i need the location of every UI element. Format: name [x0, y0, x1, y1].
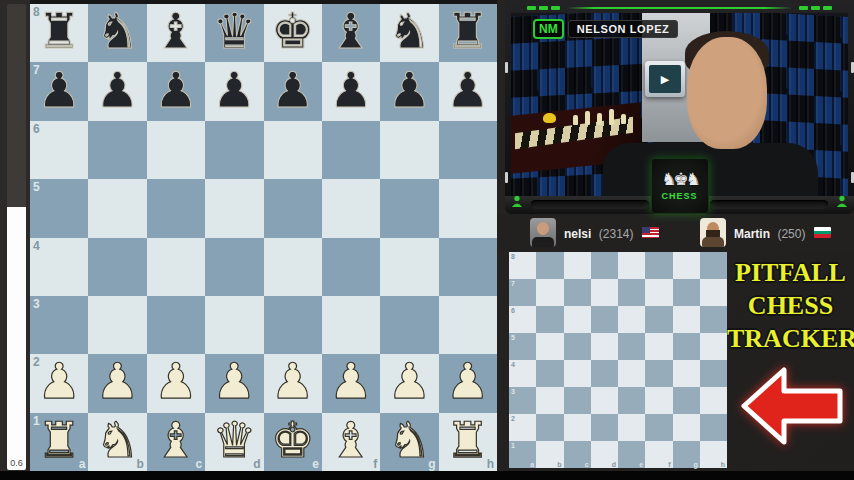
square-c6[interactable] — [564, 306, 591, 333]
webcam-frame: ▶ NM NELSON LOPEZ — [505, 0, 854, 214]
square-e8[interactable] — [618, 252, 645, 279]
frame-slot — [710, 200, 828, 209]
square-f2[interactable]: ♟ — [322, 354, 380, 412]
square-b2[interactable] — [536, 414, 563, 441]
black-player-name: Martin — [734, 227, 770, 241]
square-e7[interactable]: ♟ — [264, 62, 322, 120]
file-label: c — [585, 461, 589, 468]
white-pawn[interactable]: ♟ — [387, 357, 431, 409]
black-pawn[interactable]: ♟ — [37, 66, 81, 118]
square-c2[interactable] — [564, 414, 591, 441]
square-b1[interactable]: b — [536, 441, 563, 468]
square-e3[interactable] — [264, 296, 322, 354]
square-h4[interactable] — [700, 360, 727, 387]
square-d3[interactable] — [591, 387, 618, 414]
file-label: g — [693, 461, 697, 468]
square-h8[interactable] — [700, 252, 727, 279]
square-g5[interactable] — [380, 179, 438, 237]
square-g4[interactable] — [380, 238, 438, 296]
square-d5[interactable] — [205, 179, 263, 237]
eval-score: 0.6 — [7, 458, 26, 468]
square-g4[interactable] — [673, 360, 700, 387]
square-f2[interactable] — [645, 414, 672, 441]
black-rook[interactable]: ♜ — [446, 7, 490, 59]
play-icon: ▶ — [661, 74, 669, 85]
square-d6[interactable] — [591, 306, 618, 333]
youtube-plaque: ▶ — [645, 61, 685, 97]
black-king[interactable]: ♚ — [271, 7, 315, 59]
square-g8[interactable]: ♞ — [380, 4, 438, 62]
player-bar: nelsi (2314) Martin (250) — [497, 214, 854, 251]
square-h5[interactable] — [700, 333, 727, 360]
person-icon — [836, 193, 848, 211]
us-flag-icon — [642, 227, 659, 238]
square-g2[interactable] — [673, 414, 700, 441]
square-b8[interactable]: ♞ — [88, 4, 146, 62]
white-bishop[interactable]: ♝ — [154, 416, 198, 468]
square-c3[interactable] — [147, 296, 205, 354]
player-black: Martin (250) — [700, 218, 831, 247]
square-e5[interactable] — [264, 179, 322, 237]
square-c5[interactable] — [564, 333, 591, 360]
square-f6[interactable] — [645, 306, 672, 333]
file-label: a — [530, 461, 534, 468]
square-b5[interactable] — [88, 179, 146, 237]
square-a5[interactable]: 5 — [30, 179, 88, 237]
square-b4[interactable] — [88, 238, 146, 296]
square-c6[interactable] — [147, 121, 205, 179]
square-g7[interactable] — [673, 279, 700, 306]
physical-piece — [621, 114, 626, 124]
square-e2[interactable] — [618, 414, 645, 441]
file-label: e — [639, 461, 643, 468]
square-f4[interactable] — [322, 238, 380, 296]
square-f8[interactable] — [645, 252, 672, 279]
player-white: nelsi (2314) — [530, 218, 659, 247]
rank-label: 8 — [511, 253, 515, 260]
square-e7[interactable] — [618, 279, 645, 306]
rank-label: 6 — [33, 122, 40, 136]
square-a8[interactable]: 8♜ — [30, 4, 88, 62]
white-pawn[interactable]: ♟ — [37, 357, 81, 409]
square-a1[interactable]: 1a♜ — [30, 413, 88, 471]
square-h2[interactable] — [700, 414, 727, 441]
square-c5[interactable] — [147, 179, 205, 237]
square-d6[interactable] — [205, 121, 263, 179]
square-h7[interactable] — [700, 279, 727, 306]
square-h4[interactable] — [439, 238, 497, 296]
square-h3[interactable] — [700, 387, 727, 414]
white-queen[interactable]: ♛ — [212, 416, 256, 468]
rank-label: 3 — [511, 388, 515, 395]
physical-piece — [609, 109, 614, 125]
physical-piece — [597, 113, 602, 125]
nm-title-badge: NM — [533, 19, 564, 39]
channel-logo: ♞♚♞ CHESS — [651, 158, 709, 214]
streamer-body — [603, 143, 818, 197]
left-strip: 0.6 — [0, 0, 30, 480]
square-c4[interactable] — [564, 360, 591, 387]
black-pawn[interactable]: ♟ — [271, 66, 315, 118]
square-h6[interactable] — [700, 306, 727, 333]
square-e6[interactable] — [618, 306, 645, 333]
eval-bar: 0.6 — [7, 4, 26, 470]
square-e5[interactable] — [618, 333, 645, 360]
white-pawn[interactable]: ♟ — [446, 357, 490, 409]
file-label: f — [668, 461, 670, 468]
square-a2[interactable]: 2♟ — [30, 354, 88, 412]
file-label: f — [373, 457, 377, 471]
frame-slot — [531, 200, 649, 209]
rank-label: 4 — [33, 239, 40, 253]
square-d2[interactable] — [591, 414, 618, 441]
square-g6[interactable] — [673, 306, 700, 333]
square-a4[interactable]: 4 — [509, 360, 536, 387]
person-icon — [511, 193, 523, 211]
square-a1[interactable]: 1a — [509, 441, 536, 468]
white-pawn[interactable]: ♟ — [96, 357, 140, 409]
square-d2[interactable]: ♟ — [205, 354, 263, 412]
green-dashes-left — [527, 6, 560, 10]
white-rook[interactable]: ♜ — [446, 416, 490, 468]
square-a3[interactable]: 3 — [30, 296, 88, 354]
bottom-strip — [0, 471, 854, 480]
square-h3[interactable] — [439, 296, 497, 354]
square-h8[interactable]: ♜ — [439, 4, 497, 62]
square-h2[interactable]: ♟ — [439, 354, 497, 412]
square-d8[interactable]: ♛ — [205, 4, 263, 62]
rubber-duck — [543, 113, 556, 123]
square-f1[interactable]: f♝ — [322, 413, 380, 471]
square-d1[interactable]: d — [591, 441, 618, 468]
rank-label: 4 — [511, 361, 515, 368]
square-f6[interactable] — [322, 121, 380, 179]
white-king[interactable]: ♚ — [271, 416, 315, 468]
stream-frame: 0.6 8♜♞♝♛♚♝♞♜7♟♟♟♟♟♟♟♟65432♟♟♟♟♟♟♟♟1a♜b♞… — [0, 0, 854, 480]
streamer-name: NELSON LOPEZ — [568, 20, 679, 38]
square-d1[interactable]: d♛ — [205, 413, 263, 471]
file-label: d — [612, 461, 616, 468]
white-player-name: nelsi — [564, 227, 591, 241]
square-e4[interactable] — [618, 360, 645, 387]
square-e2[interactable]: ♟ — [264, 354, 322, 412]
square-e1[interactable]: e — [618, 441, 645, 468]
black-pawn[interactable]: ♟ — [446, 66, 490, 118]
logo-chess-pieces: ♞♚♞ — [661, 171, 698, 188]
square-e1[interactable]: e♚ — [264, 413, 322, 471]
bulgaria-flag-icon — [814, 227, 831, 238]
square-a4[interactable]: 4 — [30, 238, 88, 296]
file-label: h — [721, 461, 725, 468]
square-a5[interactable]: 5 — [509, 333, 536, 360]
square-g3[interactable] — [673, 387, 700, 414]
white-player-rating: (2314) — [599, 227, 634, 241]
square-b7[interactable]: ♟ — [88, 62, 146, 120]
square-g1[interactable]: g♞ — [380, 413, 438, 471]
streamer-face — [687, 37, 767, 149]
square-h1[interactable]: h♜ — [439, 413, 497, 471]
green-accent-line — [567, 7, 792, 9]
rank-label: 5 — [511, 334, 515, 341]
title-line-1: PITFALL — [727, 256, 854, 289]
square-c8[interactable]: ♝ — [147, 4, 205, 62]
square-c3[interactable] — [564, 387, 591, 414]
title-line-3: TRACKER — [727, 322, 854, 355]
black-pawn[interactable]: ♟ — [96, 66, 140, 118]
square-b3[interactable] — [88, 296, 146, 354]
black-knight[interactable]: ♞ — [387, 7, 431, 59]
title-line-2: CHESS — [727, 289, 854, 322]
white-pawn[interactable]: ♟ — [154, 357, 198, 409]
square-a6[interactable]: 6 — [30, 121, 88, 179]
black-pawn[interactable]: ♟ — [329, 66, 373, 118]
black-pawn[interactable]: ♟ — [212, 66, 256, 118]
square-b6[interactable] — [88, 121, 146, 179]
square-c8[interactable] — [564, 252, 591, 279]
square-g6[interactable] — [380, 121, 438, 179]
square-f3[interactable] — [322, 296, 380, 354]
square-f5[interactable] — [322, 179, 380, 237]
overlay-title: PITFALL CHESS TRACKER — [727, 256, 854, 355]
square-c7[interactable] — [564, 279, 591, 306]
square-d4[interactable] — [591, 360, 618, 387]
square-f5[interactable] — [645, 333, 672, 360]
square-a2[interactable]: 2 — [509, 414, 536, 441]
rank-label: 6 — [511, 307, 515, 314]
square-b8[interactable] — [536, 252, 563, 279]
square-d8[interactable] — [591, 252, 618, 279]
logo-text: CHESS — [659, 191, 699, 201]
square-b6[interactable] — [536, 306, 563, 333]
avatar-martin[interactable] — [700, 218, 726, 247]
file-label: b — [557, 461, 561, 468]
black-rook[interactable]: ♜ — [37, 7, 81, 59]
black-player-rating: (250) — [777, 227, 805, 241]
square-a3[interactable]: 3 — [509, 387, 536, 414]
square-e8[interactable]: ♚ — [264, 4, 322, 62]
eval-bar-white-section: 0.6 — [7, 207, 26, 470]
square-b5[interactable] — [536, 333, 563, 360]
square-h7[interactable]: ♟ — [439, 62, 497, 120]
black-queen[interactable]: ♛ — [212, 7, 256, 59]
square-b4[interactable] — [536, 360, 563, 387]
square-f8[interactable]: ♝ — [322, 4, 380, 62]
square-h1[interactable]: h — [700, 441, 727, 468]
square-f7[interactable]: ♟ — [322, 62, 380, 120]
black-pawn[interactable]: ♟ — [387, 66, 431, 118]
left-arrow-icon — [740, 362, 844, 450]
square-g1[interactable]: g — [673, 441, 700, 468]
square-e4[interactable] — [264, 238, 322, 296]
square-d5[interactable] — [591, 333, 618, 360]
square-a6[interactable]: 6 — [509, 306, 536, 333]
square-f4[interactable] — [645, 360, 672, 387]
rank-label: 7 — [511, 280, 515, 287]
square-d7[interactable] — [591, 279, 618, 306]
frame-notch — [505, 172, 508, 183]
square-g8[interactable] — [673, 252, 700, 279]
white-pawn[interactable]: ♟ — [329, 357, 373, 409]
square-b2[interactable]: ♟ — [88, 354, 146, 412]
physical-piece — [585, 111, 590, 125]
black-pawn[interactable]: ♟ — [154, 66, 198, 118]
rank-label: 2 — [511, 415, 515, 422]
white-rook[interactable]: ♜ — [37, 416, 81, 468]
square-d3[interactable] — [205, 296, 263, 354]
square-h6[interactable] — [439, 121, 497, 179]
square-b1[interactable]: b♞ — [88, 413, 146, 471]
square-c4[interactable] — [147, 238, 205, 296]
square-e3[interactable] — [618, 387, 645, 414]
square-f7[interactable] — [645, 279, 672, 306]
square-c1[interactable]: c♝ — [147, 413, 205, 471]
white-knight[interactable]: ♞ — [387, 416, 431, 468]
square-a7[interactable]: 7♟ — [30, 62, 88, 120]
square-f3[interactable] — [645, 387, 672, 414]
tracker-chess-board: 87654321abcdefgh — [509, 252, 727, 468]
rank-label: 1 — [511, 442, 515, 449]
square-e6[interactable] — [264, 121, 322, 179]
square-c1[interactable]: c — [564, 441, 591, 468]
frame-notch — [505, 62, 508, 73]
black-bishop[interactable]: ♝ — [154, 7, 198, 59]
black-knight[interactable]: ♞ — [96, 7, 140, 59]
physical-piece — [573, 115, 578, 125]
square-g5[interactable] — [673, 333, 700, 360]
square-b3[interactable] — [536, 387, 563, 414]
main-chess-board: 8♜♞♝♛♚♝♞♜7♟♟♟♟♟♟♟♟65432♟♟♟♟♟♟♟♟1a♜b♞c♝d♛… — [30, 4, 497, 471]
white-pawn[interactable]: ♟ — [271, 357, 315, 409]
square-g3[interactable] — [380, 296, 438, 354]
square-g2[interactable]: ♟ — [380, 354, 438, 412]
square-d4[interactable] — [205, 238, 263, 296]
square-c7[interactable]: ♟ — [147, 62, 205, 120]
avatar-nelsi[interactable] — [530, 218, 556, 247]
black-bishop[interactable]: ♝ — [329, 7, 373, 59]
rank-label: 3 — [33, 297, 40, 311]
white-knight[interactable]: ♞ — [96, 416, 140, 468]
square-f1[interactable]: f — [645, 441, 672, 468]
square-b7[interactable] — [536, 279, 563, 306]
square-a7[interactable]: 7 — [509, 279, 536, 306]
white-bishop[interactable]: ♝ — [329, 416, 373, 468]
square-c2[interactable]: ♟ — [147, 354, 205, 412]
square-g7[interactable]: ♟ — [380, 62, 438, 120]
green-dashes-right — [799, 6, 832, 10]
square-d7[interactable]: ♟ — [205, 62, 263, 120]
square-a8[interactable]: 8 — [509, 252, 536, 279]
square-h5[interactable] — [439, 179, 497, 237]
rank-label: 5 — [33, 180, 40, 194]
white-pawn[interactable]: ♟ — [212, 357, 256, 409]
